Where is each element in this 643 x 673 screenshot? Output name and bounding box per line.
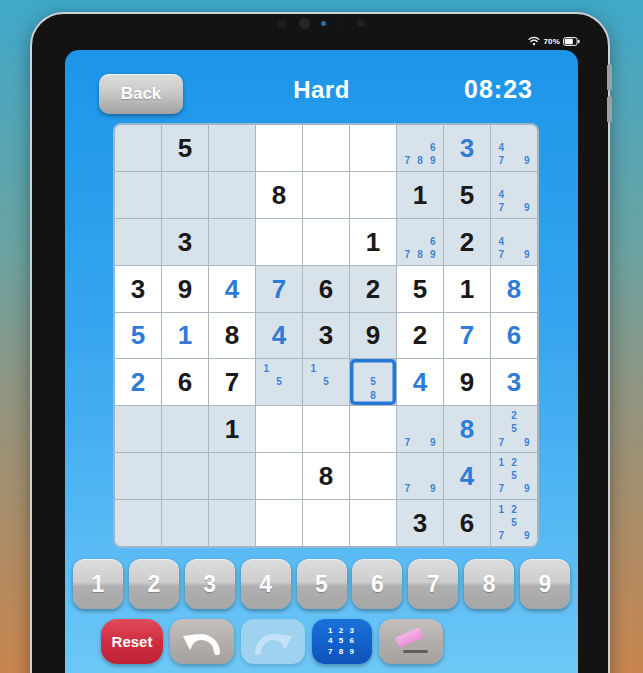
given-digit: 9 xyxy=(460,369,474,395)
pencil-marks: 479 xyxy=(491,172,537,218)
pencil-marks: 15 xyxy=(303,359,349,405)
given-digit: 7 xyxy=(225,369,239,395)
cell-r8c4[interactable] xyxy=(256,453,302,499)
pencil-marks: 6789 xyxy=(397,125,443,171)
cell-r1c6[interactable] xyxy=(350,125,396,171)
given-digit: 8 xyxy=(319,463,333,489)
cell-r5c5[interactable]: 3 xyxy=(303,313,349,359)
cell-r2c6[interactable] xyxy=(350,172,396,218)
cell-r2c3[interactable] xyxy=(209,172,255,218)
cell-r3c5[interactable] xyxy=(303,219,349,265)
cell-r1c4[interactable] xyxy=(256,125,302,171)
cell-r2c8[interactable]: 5 xyxy=(444,172,490,218)
game-timer: 08:23 xyxy=(464,75,533,104)
num-button-2[interactable]: 2 xyxy=(129,559,179,609)
cell-r3c1[interactable] xyxy=(115,219,161,265)
solved-digit: 4 xyxy=(272,322,286,348)
given-digit: 1 xyxy=(366,229,380,255)
cell-r1c8[interactable]: 3 xyxy=(444,125,490,171)
cell-r6c4[interactable]: 15 xyxy=(256,359,302,405)
cell-r9c3[interactable] xyxy=(209,500,255,546)
cell-r7c4[interactable] xyxy=(256,406,302,452)
given-digit: 9 xyxy=(366,322,380,348)
given-digit: 2 xyxy=(366,276,380,302)
cell-r8c8[interactable]: 4 xyxy=(444,453,490,499)
cell-r3c9[interactable]: 479 xyxy=(491,219,537,265)
pencil-row-1: 1 2 3 xyxy=(328,626,356,637)
pencil-marks-button[interactable]: 1 2 3 4 5 6 7 8 9 xyxy=(312,619,372,664)
cell-r6c7[interactable]: 4 xyxy=(397,359,443,405)
given-digit: 6 xyxy=(319,276,333,302)
solved-digit: 8 xyxy=(460,416,474,442)
cell-r9c9[interactable]: 12579 xyxy=(491,500,537,546)
cell-r1c9[interactable]: 479 xyxy=(491,125,537,171)
pencil-marks: 79 xyxy=(397,453,443,499)
given-digit: 6 xyxy=(178,369,192,395)
cell-r9c2[interactable] xyxy=(162,500,208,546)
pencil-row-3: 7 8 9 xyxy=(328,647,356,658)
cell-r8c2[interactable] xyxy=(162,453,208,499)
solved-digit: 8 xyxy=(507,276,521,302)
camera-lens xyxy=(299,18,310,29)
cell-r5c4[interactable]: 4 xyxy=(256,313,302,359)
given-digit: 1 xyxy=(413,182,427,208)
eraser-icon xyxy=(391,626,431,658)
pencil-marks: 15 xyxy=(256,359,302,405)
cell-r2c1[interactable] xyxy=(115,172,161,218)
cell-r9c5[interactable] xyxy=(303,500,349,546)
cell-r8c9[interactable]: 12579 xyxy=(491,453,537,499)
cell-r5c7[interactable]: 2 xyxy=(397,313,443,359)
cell-r8c5[interactable]: 8 xyxy=(303,453,349,499)
solved-digit: 3 xyxy=(460,135,474,161)
cell-r8c1[interactable] xyxy=(115,453,161,499)
cell-r7c2[interactable] xyxy=(162,406,208,452)
cell-r4c1[interactable]: 3 xyxy=(115,266,161,312)
cell-r3c2[interactable]: 3 xyxy=(162,219,208,265)
num-button-8[interactable]: 8 xyxy=(464,559,514,609)
redo-arrow-icon xyxy=(251,627,295,657)
cell-r7c1[interactable] xyxy=(115,406,161,452)
cell-r6c1[interactable]: 2 xyxy=(115,359,161,405)
ipad-frame: 70% Back Hard 08:23 56789347981547931678… xyxy=(30,12,610,673)
cell-r4c6[interactable]: 2 xyxy=(350,266,396,312)
cell-r6c2[interactable]: 6 xyxy=(162,359,208,405)
reset-button[interactable]: Reset xyxy=(101,619,163,664)
pencil-marks: 479 xyxy=(491,219,537,265)
camera-mic-dot xyxy=(341,22,344,25)
cell-r5c8[interactable]: 7 xyxy=(444,313,490,359)
given-digit: 9 xyxy=(178,276,192,302)
cell-r9c1[interactable] xyxy=(115,500,161,546)
given-digit: 3 xyxy=(178,229,192,255)
cell-r9c6[interactable] xyxy=(350,500,396,546)
given-digit: 5 xyxy=(413,276,427,302)
cell-r6c8[interactable]: 9 xyxy=(444,359,490,405)
given-digit: 5 xyxy=(460,182,474,208)
cell-r8c3[interactable] xyxy=(209,453,255,499)
cell-r6c9[interactable]: 3 xyxy=(491,359,537,405)
cell-r9c8[interactable]: 6 xyxy=(444,500,490,546)
cell-r7c5[interactable] xyxy=(303,406,349,452)
cell-r1c7[interactable]: 6789 xyxy=(397,125,443,171)
cell-r3c4[interactable] xyxy=(256,219,302,265)
cell-r1c2[interactable]: 5 xyxy=(162,125,208,171)
solved-digit: 3 xyxy=(507,369,521,395)
cell-r4c4[interactable]: 7 xyxy=(256,266,302,312)
solved-digit: 1 xyxy=(178,322,192,348)
pencil-marks: 6789 xyxy=(397,219,443,265)
pencil-marks: 479 xyxy=(491,125,537,171)
number-pad: 123456789 xyxy=(73,559,570,609)
cell-r4c5[interactable]: 6 xyxy=(303,266,349,312)
pencil-marks: 12579 xyxy=(491,500,537,546)
cell-r1c1[interactable] xyxy=(115,125,161,171)
cell-r3c8[interactable]: 2 xyxy=(444,219,490,265)
cell-r9c4[interactable] xyxy=(256,500,302,546)
cell-r8c7[interactable]: 79 xyxy=(397,453,443,499)
volume-up-button[interactable] xyxy=(607,64,612,91)
num-button-3[interactable]: 3 xyxy=(185,559,235,609)
solved-digit: 4 xyxy=(460,463,474,489)
pencil-row-2: 4 5 6 xyxy=(328,636,356,647)
given-digit: 3 xyxy=(413,510,427,536)
camera-dot xyxy=(278,20,286,28)
given-digit: 5 xyxy=(178,135,192,161)
given-digit: 6 xyxy=(460,510,474,536)
cell-r5c9[interactable]: 6 xyxy=(491,313,537,359)
cell-r3c7[interactable]: 6789 xyxy=(397,219,443,265)
action-bar: Reset 1 2 3 4 5 6 7 xyxy=(101,619,443,664)
cell-r7c7[interactable]: 79 xyxy=(397,406,443,452)
cell-r5c1[interactable]: 5 xyxy=(115,313,161,359)
pencil-marks: 12579 xyxy=(491,453,537,499)
num-button-1[interactable]: 1 xyxy=(73,559,123,609)
photo-background: 70% Back Hard 08:23 56789347981547931678… xyxy=(0,0,643,673)
cell-r5c6[interactable]: 9 xyxy=(350,313,396,359)
cell-r9c7[interactable]: 3 xyxy=(397,500,443,546)
solved-digit: 7 xyxy=(272,276,286,302)
given-digit: 2 xyxy=(413,322,427,348)
redo-button[interactable] xyxy=(241,619,305,664)
pencil-marks: 2579 xyxy=(491,406,537,452)
cell-r3c6[interactable]: 1 xyxy=(350,219,396,265)
given-digit: 3 xyxy=(131,276,145,302)
pencil-marks: 79 xyxy=(397,406,443,452)
cell-r7c6[interactable] xyxy=(350,406,396,452)
solved-digit: 2 xyxy=(131,369,145,395)
camera-dot-2 xyxy=(357,19,365,27)
cell-r7c3[interactable]: 1 xyxy=(209,406,255,452)
cell-r2c7[interactable]: 1 xyxy=(397,172,443,218)
pencil-marks: 58 xyxy=(350,359,396,405)
reset-button-label: Reset xyxy=(112,633,153,650)
cell-r1c5[interactable] xyxy=(303,125,349,171)
cell-r4c9[interactable]: 8 xyxy=(491,266,537,312)
cell-r2c4[interactable]: 8 xyxy=(256,172,302,218)
cell-r6c3[interactable]: 7 xyxy=(209,359,255,405)
cell-r4c8[interactable]: 1 xyxy=(444,266,490,312)
num-button-7[interactable]: 7 xyxy=(408,559,458,609)
wifi-icon xyxy=(528,36,540,46)
sudoku-board: 5678934798154793167892479394762518518439… xyxy=(113,123,539,548)
solved-digit: 7 xyxy=(460,322,474,348)
solved-digit: 6 xyxy=(507,322,521,348)
undo-button[interactable] xyxy=(170,619,234,664)
given-digit: 1 xyxy=(460,276,474,302)
volume-down-button[interactable] xyxy=(607,96,612,123)
cell-r7c8[interactable]: 8 xyxy=(444,406,490,452)
cell-r6c5[interactable]: 15 xyxy=(303,359,349,405)
solved-digit: 4 xyxy=(225,276,239,302)
given-digit: 2 xyxy=(460,229,474,255)
app-screen: Back Hard 08:23 567893479815479316789247… xyxy=(65,50,578,673)
undo-arrow-icon xyxy=(180,627,224,657)
cell-r4c7[interactable]: 5 xyxy=(397,266,443,312)
camera-sensor-blue xyxy=(321,21,326,26)
num-button-4[interactable]: 4 xyxy=(241,559,291,609)
battery-percent: 70% xyxy=(543,37,560,46)
num-button-9[interactable]: 9 xyxy=(520,559,570,609)
solved-digit: 5 xyxy=(131,322,145,348)
given-digit: 3 xyxy=(319,322,333,348)
cell-r5c2[interactable]: 1 xyxy=(162,313,208,359)
cell-r8c6[interactable] xyxy=(350,453,396,499)
eraser-button[interactable] xyxy=(379,619,443,664)
num-button-5[interactable]: 5 xyxy=(297,559,347,609)
cell-r5c3[interactable]: 8 xyxy=(209,313,255,359)
cell-r4c3[interactable]: 4 xyxy=(209,266,255,312)
solved-digit: 4 xyxy=(413,369,427,395)
cell-r2c9[interactable]: 479 xyxy=(491,172,537,218)
status-bar: 70% xyxy=(528,36,580,46)
given-digit: 8 xyxy=(225,322,239,348)
battery-icon xyxy=(563,37,580,46)
cell-r4c2[interactable]: 9 xyxy=(162,266,208,312)
cell-r6c6[interactable]: 58 xyxy=(350,359,396,405)
cell-r2c5[interactable] xyxy=(303,172,349,218)
cell-r1c3[interactable] xyxy=(209,125,255,171)
cell-r3c3[interactable] xyxy=(209,219,255,265)
given-digit: 8 xyxy=(272,182,286,208)
cell-r2c2[interactable] xyxy=(162,172,208,218)
num-button-6[interactable]: 6 xyxy=(352,559,402,609)
cell-r7c9[interactable]: 2579 xyxy=(491,406,537,452)
given-digit: 1 xyxy=(225,416,239,442)
